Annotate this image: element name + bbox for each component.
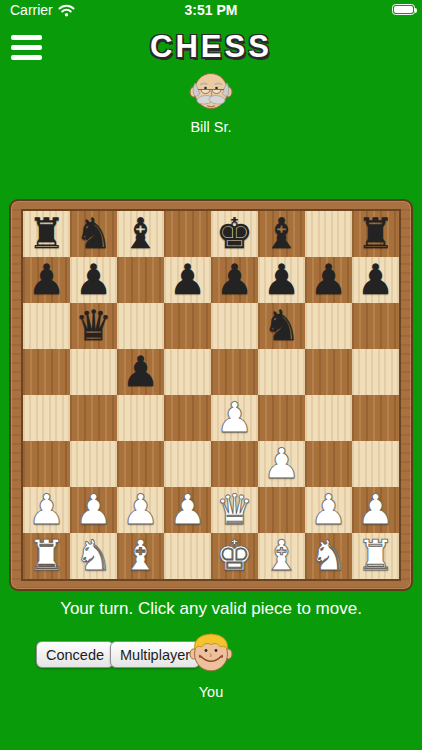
square-e7[interactable]: ♟ <box>211 257 258 303</box>
square-c5[interactable]: ♟ <box>117 349 164 395</box>
square-h7[interactable]: ♟ <box>352 257 399 303</box>
white-bishop[interactable]: ♝ <box>263 533 301 579</box>
square-a8[interactable]: ♜ <box>23 211 70 257</box>
battery-fill <box>394 6 413 13</box>
square-b7[interactable]: ♟ <box>70 257 117 303</box>
square-h6[interactable] <box>352 303 399 349</box>
square-g5[interactable] <box>305 349 352 395</box>
white-pawn[interactable]: ♟ <box>75 487 113 533</box>
black-pawn[interactable]: ♟ <box>216 257 254 303</box>
black-pawn[interactable]: ♟ <box>122 349 160 395</box>
white-rook[interactable]: ♜ <box>28 533 66 579</box>
square-f1[interactable]: ♝ <box>258 533 305 579</box>
square-e1[interactable]: ♚ <box>211 533 258 579</box>
square-f5[interactable] <box>258 349 305 395</box>
player-name: You <box>0 684 422 700</box>
square-h2[interactable]: ♟ <box>352 487 399 533</box>
concede-button[interactable]: Concede <box>36 641 114 668</box>
black-knight[interactable]: ♞ <box>263 303 301 349</box>
square-b1[interactable]: ♞ <box>70 533 117 579</box>
status-bar: Carrier 3:51 PM <box>0 0 422 20</box>
square-d5[interactable] <box>164 349 211 395</box>
black-pawn[interactable]: ♟ <box>75 257 113 303</box>
square-a7[interactable]: ♟ <box>23 257 70 303</box>
square-e6[interactable] <box>211 303 258 349</box>
white-pawn[interactable]: ♟ <box>122 487 160 533</box>
square-g8[interactable] <box>305 211 352 257</box>
square-b4[interactable] <box>70 395 117 441</box>
board-grid: ♜♞♝♚♝♜♟♟♟♟♟♟♟♛♞♟♟♟♟♟♟♟♛♟♟♜♞♝♚♝♞♜ <box>21 209 401 581</box>
chess-board: ♜♞♝♚♝♜♟♟♟♟♟♟♟♛♞♟♟♟♟♟♟♟♛♟♟♜♞♝♚♝♞♜ <box>9 199 413 591</box>
square-d7[interactable]: ♟ <box>164 257 211 303</box>
square-b2[interactable]: ♟ <box>70 487 117 533</box>
square-g6[interactable] <box>305 303 352 349</box>
white-pawn[interactable]: ♟ <box>263 441 301 487</box>
black-pawn[interactable]: ♟ <box>169 257 207 303</box>
square-a6[interactable] <box>23 303 70 349</box>
square-d3[interactable] <box>164 441 211 487</box>
square-b5[interactable] <box>70 349 117 395</box>
white-pawn[interactable]: ♟ <box>216 395 254 441</box>
square-d8[interactable] <box>164 211 211 257</box>
square-d4[interactable] <box>164 395 211 441</box>
black-pawn[interactable]: ♟ <box>28 257 66 303</box>
turn-status-message: Your turn. Click any valid piece to move… <box>0 599 422 619</box>
white-bishop[interactable]: ♝ <box>122 533 160 579</box>
square-c3[interactable] <box>117 441 164 487</box>
white-pawn[interactable]: ♟ <box>310 487 348 533</box>
square-h4[interactable] <box>352 395 399 441</box>
square-g2[interactable]: ♟ <box>305 487 352 533</box>
square-e5[interactable] <box>211 349 258 395</box>
player-avatar <box>187 628 235 676</box>
square-b8[interactable]: ♞ <box>70 211 117 257</box>
opponent-name: Bill Sr. <box>0 119 422 135</box>
square-g1[interactable]: ♞ <box>305 533 352 579</box>
white-knight[interactable]: ♞ <box>310 533 348 579</box>
square-f2[interactable] <box>258 487 305 533</box>
square-d6[interactable] <box>164 303 211 349</box>
square-h1[interactable]: ♜ <box>352 533 399 579</box>
white-rook[interactable]: ♜ <box>357 533 395 579</box>
square-e2[interactable]: ♛ <box>211 487 258 533</box>
square-g3[interactable] <box>305 441 352 487</box>
square-g4[interactable] <box>305 395 352 441</box>
square-e8[interactable]: ♚ <box>211 211 258 257</box>
square-c6[interactable] <box>117 303 164 349</box>
square-a5[interactable] <box>23 349 70 395</box>
old-man-face-icon <box>187 66 235 114</box>
black-rook[interactable]: ♜ <box>357 211 395 257</box>
square-c1[interactable]: ♝ <box>117 533 164 579</box>
square-h5[interactable] <box>352 349 399 395</box>
white-pawn[interactable]: ♟ <box>28 487 66 533</box>
black-pawn[interactable]: ♟ <box>310 257 348 303</box>
square-c7[interactable] <box>117 257 164 303</box>
white-pawn[interactable]: ♟ <box>169 487 207 533</box>
square-h8[interactable]: ♜ <box>352 211 399 257</box>
app-screen: Carrier 3:51 PM CHESS <box>0 0 422 750</box>
square-g7[interactable]: ♟ <box>305 257 352 303</box>
white-king[interactable]: ♚ <box>216 533 254 579</box>
square-f8[interactable]: ♝ <box>258 211 305 257</box>
square-a1[interactable]: ♜ <box>23 533 70 579</box>
square-c2[interactable]: ♟ <box>117 487 164 533</box>
black-bishop[interactable]: ♝ <box>263 211 301 257</box>
square-b6[interactable]: ♛ <box>70 303 117 349</box>
square-b3[interactable] <box>70 441 117 487</box>
square-a3[interactable] <box>23 441 70 487</box>
square-h3[interactable] <box>352 441 399 487</box>
square-c8[interactable]: ♝ <box>117 211 164 257</box>
white-knight[interactable]: ♞ <box>75 533 113 579</box>
square-c4[interactable] <box>117 395 164 441</box>
white-pawn[interactable]: ♟ <box>357 487 395 533</box>
square-e3[interactable] <box>211 441 258 487</box>
square-d1[interactable] <box>164 533 211 579</box>
black-pawn[interactable]: ♟ <box>357 257 395 303</box>
black-rook[interactable]: ♜ <box>28 211 66 257</box>
clock-label: 3:51 PM <box>0 2 422 18</box>
black-king[interactable]: ♚ <box>216 211 254 257</box>
black-bishop[interactable]: ♝ <box>122 211 160 257</box>
white-queen[interactable]: ♛ <box>216 487 254 533</box>
square-f7[interactable]: ♟ <box>258 257 305 303</box>
square-f4[interactable] <box>258 395 305 441</box>
boy-face-icon <box>187 628 235 676</box>
square-e4[interactable]: ♟ <box>211 395 258 441</box>
app-title: CHESS <box>0 29 422 65</box>
square-a4[interactable] <box>23 395 70 441</box>
black-queen[interactable]: ♛ <box>75 303 113 349</box>
square-a2[interactable]: ♟ <box>23 487 70 533</box>
square-f3[interactable]: ♟ <box>258 441 305 487</box>
opponent-avatar <box>187 66 235 114</box>
square-f6[interactable]: ♞ <box>258 303 305 349</box>
battery-icon <box>392 4 415 15</box>
black-pawn[interactable]: ♟ <box>263 257 301 303</box>
black-knight[interactable]: ♞ <box>75 211 113 257</box>
square-d2[interactable]: ♟ <box>164 487 211 533</box>
